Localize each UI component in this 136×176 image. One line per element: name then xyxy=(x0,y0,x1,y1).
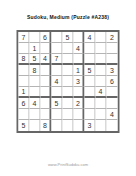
sudoku-cell-r4c9: 3 xyxy=(107,65,118,76)
sudoku-cell-r3c3: 4 xyxy=(41,54,52,65)
sudoku-cell-r4c1 xyxy=(19,65,30,76)
sudoku-cell-r5c8 xyxy=(96,76,107,87)
sudoku-cell-r2c9 xyxy=(107,43,118,54)
sudoku-cell-r9c2 xyxy=(30,120,41,131)
sudoku-cell-r7c2: 4 xyxy=(30,98,41,109)
sudoku-cell-r8c6 xyxy=(74,109,85,120)
sudoku-cell-r4c3 xyxy=(41,65,52,76)
sudoku-cell-r8c3 xyxy=(41,109,52,120)
sudoku-cell-r9c7: 3 xyxy=(85,120,96,131)
sudoku-cell-r2c2: 1 xyxy=(30,43,41,54)
sudoku-cell-r1c6 xyxy=(74,32,85,43)
sudoku-cell-r6c6 xyxy=(74,87,85,98)
sudoku-cell-r3c9 xyxy=(107,54,118,65)
sudoku-cell-r8c1 xyxy=(19,109,30,120)
sudoku-cell-r6c5 xyxy=(63,87,74,98)
sudoku-cell-r2c6: 4 xyxy=(74,43,85,54)
sudoku-cell-r4c5 xyxy=(63,65,74,76)
sudoku-cell-r9c4 xyxy=(52,120,63,131)
sudoku-cell-r7c4: 5 xyxy=(52,98,63,109)
sudoku-cell-r6c1: 1 xyxy=(19,87,30,98)
sudoku-cell-r5c9: 6 xyxy=(107,76,118,87)
sudoku-cell-r3c5 xyxy=(63,54,74,65)
sudoku-cell-r3c4: 7 xyxy=(52,54,63,65)
sudoku-cell-r8c9: 4 xyxy=(107,109,118,120)
sudoku-cell-r1c4 xyxy=(52,32,63,43)
sudoku-cell-r2c8 xyxy=(96,43,107,54)
sudoku-cell-r5c2 xyxy=(30,76,41,87)
sudoku-cell-r9c6 xyxy=(74,120,85,131)
sudoku-cell-r5c7 xyxy=(85,76,96,87)
sudoku-cell-r8c2 xyxy=(30,109,41,120)
sudoku-cell-r9c8 xyxy=(96,120,107,131)
sudoku-cell-r1c7: 4 xyxy=(85,32,96,43)
sudoku-cell-r2c1 xyxy=(19,43,30,54)
sudoku-cell-r7c8 xyxy=(96,98,107,109)
sudoku-cell-r7c9 xyxy=(107,98,118,109)
sudoku-cell-r5c4: 4 xyxy=(52,76,63,87)
sudoku-cell-r6c7 xyxy=(85,87,96,98)
sudoku-cell-r1c9: 2 xyxy=(107,32,118,43)
sudoku-cell-r9c9 xyxy=(107,120,118,131)
page-title: Sudoku, Medium (Puzzle #A238) xyxy=(0,14,136,20)
sudoku-cell-r7c5 xyxy=(63,98,74,109)
sudoku-cell-r5c6: 3 xyxy=(74,76,85,87)
sudoku-cell-r6c4 xyxy=(52,87,63,98)
sudoku-cell-r5c5 xyxy=(63,76,74,87)
sudoku-cell-r9c5 xyxy=(63,120,74,131)
puzzle-page: Sudoku, Medium (Puzzle #A238) 7654214854… xyxy=(0,0,136,176)
sudoku-cell-r3c6 xyxy=(74,54,85,65)
sudoku-cell-r2c3 xyxy=(41,43,52,54)
sudoku-cell-r1c8 xyxy=(96,32,107,43)
sudoku-cell-r5c1 xyxy=(19,76,30,87)
sudoku-cell-r7c3 xyxy=(41,98,52,109)
footer-url: www.PrintSudoku.com xyxy=(0,162,136,167)
sudoku-cell-r6c3 xyxy=(41,87,52,98)
sudoku-cell-r4c7: 5 xyxy=(85,65,96,76)
sudoku-cell-r6c8: 4 xyxy=(96,87,107,98)
sudoku-cell-r3c7 xyxy=(85,54,96,65)
sudoku-cell-r8c4 xyxy=(52,109,63,120)
sudoku-cell-r5c3 xyxy=(41,76,52,87)
sudoku-cell-r3c8 xyxy=(96,54,107,65)
sudoku-cell-r7c6: 2 xyxy=(74,98,85,109)
sudoku-cell-r3c1: 8 xyxy=(19,54,30,65)
sudoku-cell-r2c5 xyxy=(63,43,74,54)
sudoku-cell-r7c7 xyxy=(85,98,96,109)
sudoku-cell-r8c7 xyxy=(85,109,96,120)
sudoku-cell-r1c3: 6 xyxy=(41,32,52,43)
sudoku-cell-r2c7 xyxy=(85,43,96,54)
sudoku-cell-r9c1: 5 xyxy=(19,120,30,131)
sudoku-cell-r7c1: 6 xyxy=(19,98,30,109)
sudoku-cell-r4c8 xyxy=(96,65,107,76)
sudoku-board: 7654214854781534361464524583 xyxy=(17,30,120,133)
sudoku-cell-r4c2: 8 xyxy=(30,65,41,76)
sudoku-cell-r1c1: 7 xyxy=(19,32,30,43)
sudoku-cell-r6c2 xyxy=(30,87,41,98)
sudoku-cell-r3c2: 5 xyxy=(30,54,41,65)
sudoku-cell-r9c3: 8 xyxy=(41,120,52,131)
sudoku-cell-r8c5 xyxy=(63,109,74,120)
sudoku-cell-r4c4 xyxy=(52,65,63,76)
sudoku-cell-r8c8 xyxy=(96,109,107,120)
sudoku-cell-r1c2 xyxy=(30,32,41,43)
sudoku-cell-r2c4 xyxy=(52,43,63,54)
sudoku-cell-r6c9 xyxy=(107,87,118,98)
sudoku-cell-r4c6: 1 xyxy=(74,65,85,76)
sudoku-cell-r1c5: 5 xyxy=(63,32,74,43)
